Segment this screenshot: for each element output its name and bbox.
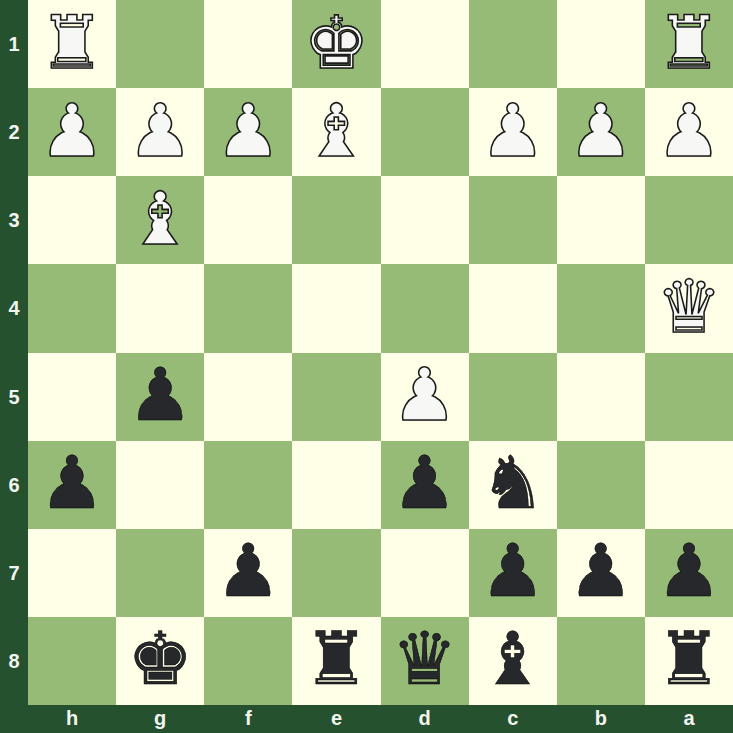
piece-black-knight-c6[interactable]: ♞ bbox=[480, 446, 545, 519]
square-b5[interactable] bbox=[557, 353, 645, 441]
square-c3[interactable] bbox=[469, 176, 557, 264]
piece-white-rook-a1[interactable]: ♜ bbox=[656, 6, 721, 79]
square-c7[interactable]: ♟ bbox=[469, 529, 557, 617]
rank-label-6: 6 bbox=[0, 441, 28, 529]
square-a6[interactable] bbox=[645, 441, 733, 529]
square-g5[interactable]: ♟ bbox=[116, 353, 204, 441]
square-h1[interactable]: ♜ bbox=[28, 0, 116, 88]
square-b4[interactable] bbox=[557, 264, 645, 352]
square-g8[interactable]: ♚ bbox=[116, 617, 204, 705]
piece-black-pawn-g5[interactable]: ♟ bbox=[127, 358, 192, 431]
file-label-a: a bbox=[645, 705, 733, 733]
square-d6[interactable]: ♟ bbox=[381, 441, 469, 529]
piece-black-rook-e8[interactable]: ♜ bbox=[304, 622, 369, 695]
piece-black-king-g8[interactable]: ♚ bbox=[127, 622, 192, 695]
square-e2[interactable]: ♝ bbox=[292, 88, 380, 176]
square-a8[interactable]: ♜ bbox=[645, 617, 733, 705]
piece-black-pawn-h6[interactable]: ♟ bbox=[39, 446, 104, 519]
square-e4[interactable] bbox=[292, 264, 380, 352]
file-label-h: h bbox=[28, 705, 116, 733]
file-label-g: g bbox=[116, 705, 204, 733]
square-b7[interactable]: ♟ bbox=[557, 529, 645, 617]
rank-label-4: 4 bbox=[0, 264, 28, 352]
square-g3[interactable]: ♝ bbox=[116, 176, 204, 264]
square-a2[interactable]: ♟ bbox=[645, 88, 733, 176]
square-g6[interactable] bbox=[116, 441, 204, 529]
square-a5[interactable] bbox=[645, 353, 733, 441]
square-d2[interactable] bbox=[381, 88, 469, 176]
piece-white-bishop-e2[interactable]: ♝ bbox=[304, 94, 369, 167]
square-g7[interactable] bbox=[116, 529, 204, 617]
file-label-d: d bbox=[381, 705, 469, 733]
square-f1[interactable] bbox=[204, 0, 292, 88]
square-c8[interactable]: ♝ bbox=[469, 617, 557, 705]
rank-label-8: 8 bbox=[0, 617, 28, 705]
square-h6[interactable]: ♟ bbox=[28, 441, 116, 529]
rank-label-3: 3 bbox=[0, 176, 28, 264]
square-d3[interactable] bbox=[381, 176, 469, 264]
piece-black-pawn-a7[interactable]: ♟ bbox=[656, 534, 721, 607]
square-e1[interactable]: ♚ bbox=[292, 0, 380, 88]
square-f4[interactable] bbox=[204, 264, 292, 352]
chess-board[interactable]: ♜♚♜♟♟♟♝♟♟♟♝♛♟♟♟♟♞♟♟♟♟♚♜♛♝♜ bbox=[28, 0, 733, 705]
piece-black-pawn-b7[interactable]: ♟ bbox=[568, 534, 633, 607]
piece-black-pawn-f7[interactable]: ♟ bbox=[216, 534, 281, 607]
square-d5[interactable]: ♟ bbox=[381, 353, 469, 441]
square-g4[interactable] bbox=[116, 264, 204, 352]
piece-black-pawn-d6[interactable]: ♟ bbox=[392, 446, 457, 519]
square-c5[interactable] bbox=[469, 353, 557, 441]
piece-black-pawn-c7[interactable]: ♟ bbox=[480, 534, 545, 607]
square-b6[interactable] bbox=[557, 441, 645, 529]
square-b8[interactable] bbox=[557, 617, 645, 705]
square-e6[interactable] bbox=[292, 441, 380, 529]
square-e3[interactable] bbox=[292, 176, 380, 264]
square-b2[interactable]: ♟ bbox=[557, 88, 645, 176]
square-g2[interactable]: ♟ bbox=[116, 88, 204, 176]
square-c6[interactable]: ♞ bbox=[469, 441, 557, 529]
piece-white-king-e1[interactable]: ♚ bbox=[304, 6, 369, 79]
rank-label-7: 7 bbox=[0, 529, 28, 617]
piece-white-pawn-g2[interactable]: ♟ bbox=[127, 94, 192, 167]
piece-white-pawn-f2[interactable]: ♟ bbox=[216, 94, 281, 167]
rank-label-2: 2 bbox=[0, 88, 28, 176]
piece-white-rook-h1[interactable]: ♜ bbox=[39, 6, 104, 79]
square-b1[interactable] bbox=[557, 0, 645, 88]
square-h5[interactable] bbox=[28, 353, 116, 441]
chess-diagram: 12345678 ♜♚♜♟♟♟♝♟♟♟♝♛♟♟♟♟♞♟♟♟♟♚♜♛♝♜ hgfe… bbox=[0, 0, 733, 733]
file-label-b: b bbox=[557, 705, 645, 733]
square-d4[interactable] bbox=[381, 264, 469, 352]
square-a7[interactable]: ♟ bbox=[645, 529, 733, 617]
square-c1[interactable] bbox=[469, 0, 557, 88]
square-a1[interactable]: ♜ bbox=[645, 0, 733, 88]
square-f5[interactable] bbox=[204, 353, 292, 441]
square-h3[interactable] bbox=[28, 176, 116, 264]
square-d1[interactable] bbox=[381, 0, 469, 88]
square-g1[interactable] bbox=[116, 0, 204, 88]
square-h7[interactable] bbox=[28, 529, 116, 617]
square-h2[interactable]: ♟ bbox=[28, 88, 116, 176]
file-label-f: f bbox=[204, 705, 292, 733]
piece-white-pawn-d5[interactable]: ♟ bbox=[392, 358, 457, 431]
square-e7[interactable] bbox=[292, 529, 380, 617]
piece-black-queen-d8[interactable]: ♛ bbox=[392, 622, 457, 695]
rank-labels: 12345678 bbox=[0, 0, 28, 705]
square-f6[interactable] bbox=[204, 441, 292, 529]
square-f2[interactable]: ♟ bbox=[204, 88, 292, 176]
square-h8[interactable] bbox=[28, 617, 116, 705]
square-h4[interactable] bbox=[28, 264, 116, 352]
square-e5[interactable] bbox=[292, 353, 380, 441]
piece-white-pawn-b2[interactable]: ♟ bbox=[568, 94, 633, 167]
rank-label-1: 1 bbox=[0, 0, 28, 88]
file-labels: hgfedcba bbox=[28, 705, 733, 733]
square-f8[interactable] bbox=[204, 617, 292, 705]
square-f3[interactable] bbox=[204, 176, 292, 264]
piece-white-pawn-c2[interactable]: ♟ bbox=[480, 94, 545, 167]
square-d8[interactable]: ♛ bbox=[381, 617, 469, 705]
square-c2[interactable]: ♟ bbox=[469, 88, 557, 176]
piece-black-rook-a8[interactable]: ♜ bbox=[656, 622, 721, 695]
piece-white-pawn-h2[interactable]: ♟ bbox=[39, 94, 104, 167]
square-f7[interactable]: ♟ bbox=[204, 529, 292, 617]
square-a4[interactable]: ♛ bbox=[645, 264, 733, 352]
square-d7[interactable] bbox=[381, 529, 469, 617]
piece-white-pawn-a2[interactable]: ♟ bbox=[656, 94, 721, 167]
square-c4[interactable] bbox=[469, 264, 557, 352]
file-label-e: e bbox=[292, 705, 380, 733]
square-a3[interactable] bbox=[645, 176, 733, 264]
piece-black-bishop-c8[interactable]: ♝ bbox=[480, 622, 545, 695]
piece-white-queen-a4[interactable]: ♛ bbox=[656, 270, 721, 343]
square-b3[interactable] bbox=[557, 176, 645, 264]
file-label-c: c bbox=[469, 705, 557, 733]
square-e8[interactable]: ♜ bbox=[292, 617, 380, 705]
rank-label-5: 5 bbox=[0, 353, 28, 441]
piece-white-bishop-g3[interactable]: ♝ bbox=[127, 182, 192, 255]
